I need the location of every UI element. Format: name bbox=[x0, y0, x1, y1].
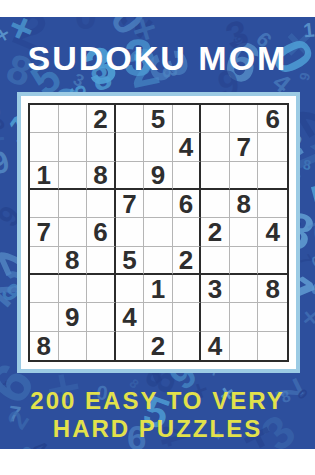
sudoku-cell bbox=[201, 303, 230, 331]
sudoku-cell bbox=[144, 247, 173, 275]
sudoku-cell bbox=[201, 133, 230, 161]
sudoku-cell bbox=[230, 303, 259, 331]
sudoku-cell bbox=[59, 105, 88, 133]
sudoku-cell bbox=[87, 332, 116, 360]
sudoku-cell: 2 bbox=[87, 105, 116, 133]
sudoku-cell: 7 bbox=[30, 218, 59, 246]
subtitle-line-1: 200 EASY TO VERY bbox=[0, 387, 315, 415]
sudoku-cell: 2 bbox=[144, 332, 173, 360]
sudoku-cell: 4 bbox=[173, 133, 202, 161]
book-subtitle: 200 EASY TO VERY HARD PUZZLES bbox=[0, 387, 315, 443]
sudoku-cell: 8 bbox=[258, 275, 287, 303]
book-cover-page: 83267202+96+000734528×88+3252+8872×52058… bbox=[0, 0, 315, 475]
sudoku-cell bbox=[173, 275, 202, 303]
sudoku-cell: 7 bbox=[116, 190, 145, 218]
sudoku-grid: 25647189768762485213894824 bbox=[28, 103, 289, 362]
sudoku-cell bbox=[144, 190, 173, 218]
sudoku-cell bbox=[201, 162, 230, 190]
sudoku-cell bbox=[201, 105, 230, 133]
sudoku-cell bbox=[230, 332, 259, 360]
sudoku-cell: 4 bbox=[116, 303, 145, 331]
sudoku-cell: 6 bbox=[258, 105, 287, 133]
sudoku-cell bbox=[30, 275, 59, 303]
sudoku-cell bbox=[144, 218, 173, 246]
sudoku-cell bbox=[173, 162, 202, 190]
sudoku-cell bbox=[258, 247, 287, 275]
sudoku-cell: 9 bbox=[144, 162, 173, 190]
sudoku-cell bbox=[144, 133, 173, 161]
sudoku-cell bbox=[116, 332, 145, 360]
sudoku-cell bbox=[59, 162, 88, 190]
sudoku-cell: 8 bbox=[30, 332, 59, 360]
sudoku-cell bbox=[59, 133, 88, 161]
sudoku-cell bbox=[258, 190, 287, 218]
sudoku-cell: 6 bbox=[87, 218, 116, 246]
sudoku-cell: 9 bbox=[59, 303, 88, 331]
sudoku-cell: 5 bbox=[144, 105, 173, 133]
sudoku-cell bbox=[87, 247, 116, 275]
sudoku-cell: 1 bbox=[30, 162, 59, 190]
sudoku-cell bbox=[30, 133, 59, 161]
sudoku-cell: 3 bbox=[201, 275, 230, 303]
book-cover: 83267202+96+000734528×88+3252+8872×52058… bbox=[0, 17, 315, 449]
sudoku-cell: 6 bbox=[173, 190, 202, 218]
sudoku-cell bbox=[173, 303, 202, 331]
sudoku-cell bbox=[116, 275, 145, 303]
sudoku-cell bbox=[87, 133, 116, 161]
sudoku-cell bbox=[144, 303, 173, 331]
sudoku-cell bbox=[116, 218, 145, 246]
sudoku-cell bbox=[258, 162, 287, 190]
sudoku-cell: 2 bbox=[201, 218, 230, 246]
sudoku-cell: 8 bbox=[230, 190, 259, 218]
pattern-digit: 0 bbox=[74, 17, 97, 37]
book-title: SUDOKU MOM bbox=[0, 38, 315, 78]
sudoku-cell bbox=[258, 332, 287, 360]
sudoku-panel: 25647189768762485213894824 bbox=[17, 92, 300, 373]
sudoku-cell: 8 bbox=[59, 247, 88, 275]
sudoku-cell bbox=[230, 247, 259, 275]
sudoku-cell bbox=[258, 133, 287, 161]
sudoku-cell bbox=[59, 332, 88, 360]
sudoku-cell bbox=[173, 332, 202, 360]
sudoku-cell: 7 bbox=[230, 133, 259, 161]
sudoku-cell bbox=[116, 133, 145, 161]
sudoku-cell bbox=[30, 190, 59, 218]
sudoku-cell bbox=[87, 190, 116, 218]
sudoku-cell bbox=[87, 275, 116, 303]
sudoku-cell bbox=[116, 105, 145, 133]
sudoku-cell: 8 bbox=[87, 162, 116, 190]
sudoku-cell bbox=[30, 303, 59, 331]
sudoku-cell: 2 bbox=[173, 247, 202, 275]
subtitle-line-2: HARD PUZZLES bbox=[0, 415, 315, 443]
sudoku-cell bbox=[258, 303, 287, 331]
sudoku-cell: 4 bbox=[258, 218, 287, 246]
sudoku-cell bbox=[230, 218, 259, 246]
sudoku-cell bbox=[230, 105, 259, 133]
sudoku-cell bbox=[116, 162, 145, 190]
sudoku-cell bbox=[87, 303, 116, 331]
sudoku-cell bbox=[201, 247, 230, 275]
sudoku-cell bbox=[230, 162, 259, 190]
sudoku-cell bbox=[59, 275, 88, 303]
sudoku-cell: 4 bbox=[201, 332, 230, 360]
sudoku-cell bbox=[30, 105, 59, 133]
sudoku-cell bbox=[201, 190, 230, 218]
sudoku-cell: 1 bbox=[144, 275, 173, 303]
sudoku-cell bbox=[173, 105, 202, 133]
sudoku-cell bbox=[59, 218, 88, 246]
pattern-digit: × bbox=[302, 303, 315, 331]
sudoku-cell bbox=[30, 247, 59, 275]
sudoku-cell bbox=[230, 275, 259, 303]
sudoku-cell bbox=[59, 190, 88, 218]
sudoku-cell: 5 bbox=[116, 247, 145, 275]
sudoku-cell bbox=[173, 218, 202, 246]
